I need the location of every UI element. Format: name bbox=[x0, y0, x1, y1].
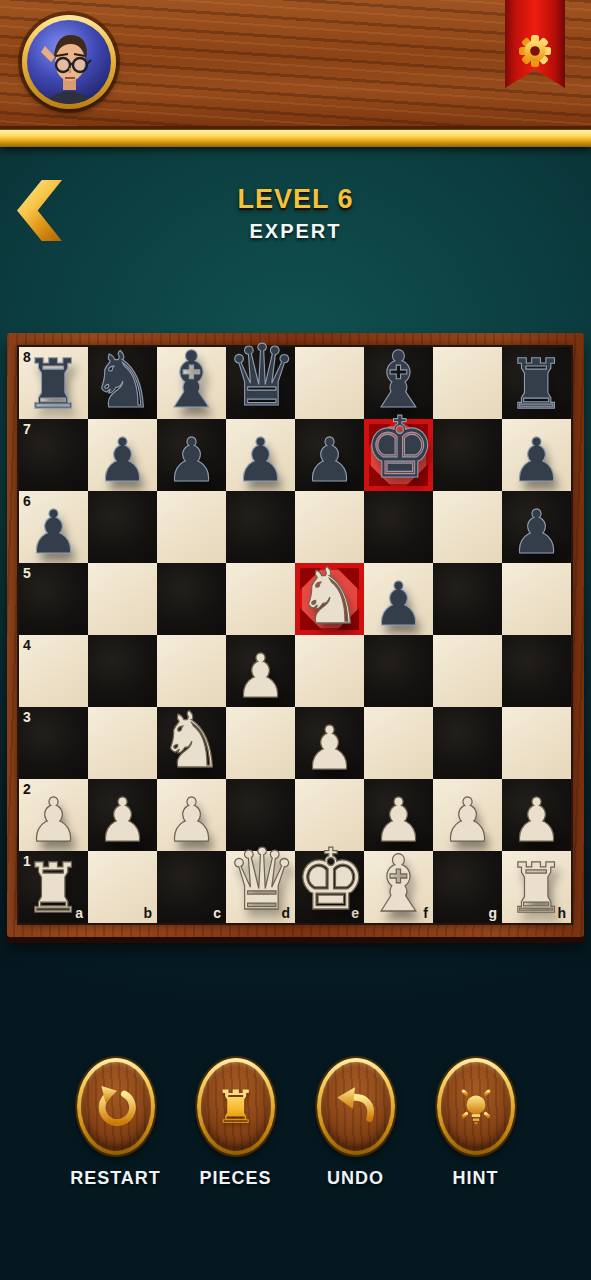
square-d3[interactable] bbox=[226, 707, 295, 779]
square-b2[interactable]: ♟ bbox=[88, 779, 157, 851]
rank-label-7: 7 bbox=[23, 422, 31, 436]
square-c7[interactable]: ♟ bbox=[157, 419, 226, 491]
gear-icon bbox=[517, 33, 553, 69]
rank-label-5: 5 bbox=[23, 566, 31, 580]
square-g8[interactable] bbox=[433, 347, 502, 419]
undo-button-face bbox=[321, 1062, 391, 1151]
square-g2[interactable]: ♟ bbox=[433, 779, 502, 851]
square-a4[interactable]: 4 bbox=[19, 635, 88, 707]
pieces-button[interactable]: ♜ PIECES bbox=[176, 1058, 296, 1189]
piece-white-queen[interactable]: ♛ bbox=[226, 838, 295, 923]
square-e5[interactable]: ♞ bbox=[295, 563, 364, 635]
square-c1[interactable]: c bbox=[157, 851, 226, 923]
square-d7[interactable]: ♟ bbox=[226, 419, 295, 491]
hint-button[interactable]: HINT bbox=[416, 1058, 536, 1189]
piece-white-pawn[interactable]: ♟ bbox=[19, 791, 88, 851]
square-h7[interactable]: ♟ bbox=[502, 419, 571, 491]
square-g7[interactable] bbox=[433, 419, 502, 491]
piece-black-pawn[interactable]: ♟ bbox=[226, 431, 295, 491]
piece-black-pawn[interactable]: ♟ bbox=[19, 503, 88, 563]
chess-game-screen: LEVEL 6 EXPERT 8♜♞♝♛♝♜7♟♟♟♟♚♟6♟♟5♞♟4♟3♞♟… bbox=[0, 0, 591, 1280]
file-label-b: b bbox=[143, 906, 152, 920]
piece-white-pawn[interactable]: ♟ bbox=[502, 791, 571, 851]
piece-black-pawn[interactable]: ♟ bbox=[502, 431, 571, 491]
pieces-button-ring: ♜ bbox=[197, 1058, 275, 1155]
square-e8[interactable] bbox=[295, 347, 364, 419]
square-h4[interactable] bbox=[502, 635, 571, 707]
chess-board[interactable]: 8♜♞♝♛♝♜7♟♟♟♟♚♟6♟♟5♞♟4♟3♞♟2♟♟♟♟♟♟1a♜bcd♛e… bbox=[19, 347, 571, 923]
piece-black-rook[interactable]: ♜ bbox=[502, 350, 571, 419]
square-f4[interactable] bbox=[364, 635, 433, 707]
rank-label-3: 3 bbox=[23, 710, 31, 724]
gold-divider bbox=[0, 129, 591, 147]
square-b4[interactable] bbox=[88, 635, 157, 707]
pieces-label: PIECES bbox=[199, 1168, 271, 1189]
square-b7[interactable]: ♟ bbox=[88, 419, 157, 491]
piece-black-pawn[interactable]: ♟ bbox=[88, 431, 157, 491]
difficulty-label: EXPERT bbox=[0, 220, 591, 243]
restart-button-face bbox=[81, 1062, 151, 1151]
square-d8[interactable]: ♛ bbox=[226, 347, 295, 419]
rank-label-4: 4 bbox=[23, 638, 31, 652]
piece-white-pawn[interactable]: ♟ bbox=[226, 647, 295, 707]
square-c5[interactable] bbox=[157, 563, 226, 635]
undo-icon bbox=[333, 1084, 379, 1130]
piece-black-rook[interactable]: ♜ bbox=[19, 350, 88, 419]
piece-white-knight[interactable]: ♞ bbox=[157, 702, 226, 779]
square-f5[interactable]: ♟ bbox=[364, 563, 433, 635]
level-title: LEVEL 6 bbox=[0, 184, 591, 215]
square-e1[interactable]: e♚ bbox=[295, 851, 364, 923]
piece-black-queen[interactable]: ♛ bbox=[226, 334, 295, 419]
restart-label: RESTART bbox=[70, 1168, 161, 1189]
piece-white-bishop[interactable]: ♝ bbox=[364, 845, 433, 923]
square-d5[interactable] bbox=[226, 563, 295, 635]
board-frame: 8♜♞♝♛♝♜7♟♟♟♟♚♟6♟♟5♞♟4♟3♞♟2♟♟♟♟♟♟1a♜bcd♛e… bbox=[7, 333, 584, 937]
square-c6[interactable] bbox=[157, 491, 226, 563]
square-d6[interactable] bbox=[226, 491, 295, 563]
square-h5[interactable] bbox=[502, 563, 571, 635]
restart-icon bbox=[93, 1084, 139, 1130]
square-g1[interactable]: g bbox=[433, 851, 502, 923]
piece-white-pawn[interactable]: ♟ bbox=[88, 791, 157, 851]
square-b3[interactable] bbox=[88, 707, 157, 779]
controls-bar: RESTART ♜ PIECES UNDO bbox=[0, 1058, 591, 1189]
square-g5[interactable] bbox=[433, 563, 502, 635]
square-a1[interactable]: 1a♜ bbox=[19, 851, 88, 923]
piece-black-pawn[interactable]: ♟ bbox=[364, 575, 433, 635]
file-label-c: c bbox=[213, 906, 221, 920]
undo-button-ring bbox=[317, 1058, 395, 1155]
square-c3[interactable]: ♞ bbox=[157, 707, 226, 779]
square-d1[interactable]: d♛ bbox=[226, 851, 295, 923]
piece-black-pawn[interactable]: ♟ bbox=[157, 431, 226, 491]
square-d4[interactable]: ♟ bbox=[226, 635, 295, 707]
piece-white-knight[interactable]: ♞ bbox=[295, 558, 364, 635]
square-g4[interactable] bbox=[433, 635, 502, 707]
square-h3[interactable] bbox=[502, 707, 571, 779]
piece-white-pawn[interactable]: ♟ bbox=[433, 791, 502, 851]
square-b1[interactable]: b bbox=[88, 851, 157, 923]
square-g6[interactable] bbox=[433, 491, 502, 563]
avatar[interactable] bbox=[22, 15, 116, 109]
piece-black-bishop[interactable]: ♝ bbox=[157, 341, 226, 419]
hint-button-ring bbox=[437, 1058, 515, 1155]
square-c2[interactable]: ♟ bbox=[157, 779, 226, 851]
undo-button[interactable]: UNDO bbox=[296, 1058, 416, 1189]
piece-white-pawn[interactable]: ♟ bbox=[157, 791, 226, 851]
square-a3[interactable]: 3 bbox=[19, 707, 88, 779]
lightbulb-icon bbox=[453, 1084, 499, 1130]
rook-icon: ♜ bbox=[215, 1084, 256, 1130]
square-b8[interactable]: ♞ bbox=[88, 347, 157, 419]
undo-label: UNDO bbox=[327, 1168, 384, 1189]
square-e4[interactable] bbox=[295, 635, 364, 707]
piece-white-king[interactable]: ♚ bbox=[295, 838, 364, 923]
square-a8[interactable]: 8♜ bbox=[19, 347, 88, 419]
square-f6[interactable] bbox=[364, 491, 433, 563]
square-a5[interactable]: 5 bbox=[19, 563, 88, 635]
square-a2[interactable]: 2♟ bbox=[19, 779, 88, 851]
square-h1[interactable]: h♜ bbox=[502, 851, 571, 923]
square-a7[interactable]: 7 bbox=[19, 419, 88, 491]
square-e7[interactable]: ♟ bbox=[295, 419, 364, 491]
square-b6[interactable] bbox=[88, 491, 157, 563]
pieces-button-face: ♜ bbox=[201, 1062, 271, 1151]
square-f7[interactable]: ♚ bbox=[364, 419, 433, 491]
piece-white-pawn[interactable]: ♟ bbox=[295, 719, 364, 779]
piece-white-rook[interactable]: ♜ bbox=[19, 854, 88, 923]
piece-white-rook[interactable]: ♜ bbox=[502, 854, 571, 923]
hint-button-face bbox=[441, 1062, 511, 1151]
title-block: LEVEL 6 EXPERT bbox=[0, 184, 591, 243]
piece-black-pawn[interactable]: ♟ bbox=[295, 431, 364, 491]
square-b5[interactable] bbox=[88, 563, 157, 635]
square-f1[interactable]: f♝ bbox=[364, 851, 433, 923]
square-a6[interactable]: 6♟ bbox=[19, 491, 88, 563]
file-label-g: g bbox=[488, 906, 497, 920]
restart-button[interactable]: RESTART bbox=[56, 1058, 176, 1189]
piece-black-king[interactable]: ♚ bbox=[364, 406, 433, 491]
square-h2[interactable]: ♟ bbox=[502, 779, 571, 851]
square-h8[interactable]: ♜ bbox=[502, 347, 571, 419]
square-g3[interactable] bbox=[433, 707, 502, 779]
restart-button-ring bbox=[77, 1058, 155, 1155]
hint-label: HINT bbox=[453, 1168, 499, 1189]
square-f3[interactable] bbox=[364, 707, 433, 779]
piece-black-pawn[interactable]: ♟ bbox=[502, 503, 571, 563]
square-c8[interactable]: ♝ bbox=[157, 347, 226, 419]
avatar-portrait-icon bbox=[27, 20, 111, 104]
square-h6[interactable]: ♟ bbox=[502, 491, 571, 563]
piece-black-knight[interactable]: ♞ bbox=[88, 342, 157, 419]
square-e3[interactable]: ♟ bbox=[295, 707, 364, 779]
